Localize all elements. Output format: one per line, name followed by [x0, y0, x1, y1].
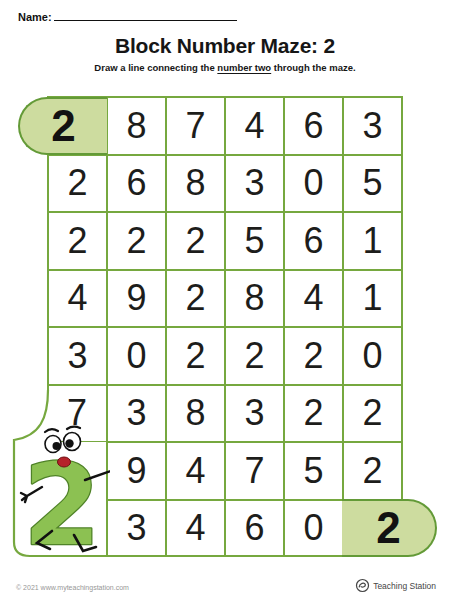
copyright-text: © 2021 www.myteachingstation.com: [16, 584, 129, 591]
cell-r5c3[interactable]: 2: [166, 327, 225, 385]
cell-r3c6[interactable]: 1: [343, 212, 402, 270]
cell-r6c2[interactable]: 3: [107, 385, 166, 443]
cell-r4c3[interactable]: 2: [166, 270, 225, 328]
maze-border-right: [401, 96, 403, 557]
cell-r3c5[interactable]: 6: [284, 212, 343, 270]
cell-r2c2[interactable]: 6: [107, 155, 166, 213]
cell-r8c4[interactable]: 6: [225, 500, 284, 558]
cell-r5c6[interactable]: 0: [343, 327, 402, 385]
cell-r3c4[interactable]: 5: [225, 212, 284, 270]
cell-r7c4[interactable]: 7: [225, 442, 284, 500]
cell-r3c1[interactable]: 2: [48, 212, 107, 270]
cell-r4c1[interactable]: 4: [48, 270, 107, 328]
brand-name: Teaching Station: [373, 581, 436, 591]
cell-r1c2[interactable]: 8: [107, 97, 166, 155]
cell-r5c2[interactable]: 0: [107, 327, 166, 385]
cell-r5c4[interactable]: 2: [225, 327, 284, 385]
cell-r2c6[interactable]: 5: [343, 155, 402, 213]
brand-footer: Teaching Station: [355, 578, 436, 593]
cell-r1c4[interactable]: 4: [225, 97, 284, 155]
maze-end-cell[interactable]: 2: [342, 499, 437, 557]
cell-r6c3[interactable]: 8: [166, 385, 225, 443]
cell-r8c3[interactable]: 4: [166, 500, 225, 558]
cell-r1c3[interactable]: 7: [166, 97, 225, 155]
cell-r6c5[interactable]: 2: [284, 385, 343, 443]
maze-board: 8 7 4 6 3 2 6 8 3 0 5 2 2 2 5 6 1 4 9 2 …: [0, 0, 450, 600]
cell-r2c4[interactable]: 3: [225, 155, 284, 213]
cell-r1c5[interactable]: 6: [284, 97, 343, 155]
mascot-mouth: [58, 457, 71, 467]
cell-r7c6[interactable]: 2: [343, 442, 402, 500]
cell-r4c2[interactable]: 9: [107, 270, 166, 328]
cell-r5c5[interactable]: 2: [284, 327, 343, 385]
cell-r4c5[interactable]: 4: [284, 270, 343, 328]
cell-r3c2[interactable]: 2: [107, 212, 166, 270]
cell-r6c6[interactable]: 2: [343, 385, 402, 443]
worksheet-page: Name: Block Number Maze: 2 Draw a line c…: [0, 0, 450, 600]
cell-r4c6[interactable]: 1: [343, 270, 402, 328]
cell-r7c5[interactable]: 5: [284, 442, 343, 500]
cell-r3c3[interactable]: 2: [166, 212, 225, 270]
mascot-eyebrows: [45, 427, 80, 432]
cell-r2c1[interactable]: 2: [48, 155, 107, 213]
cell-r7c2[interactable]: 9: [107, 442, 166, 500]
cell-r8c2[interactable]: 3: [107, 500, 166, 558]
cell-r7c3[interactable]: 4: [166, 442, 225, 500]
cell-r6c4[interactable]: 3: [225, 385, 284, 443]
maze-start-cell[interactable]: 2: [18, 97, 107, 155]
cell-r2c3[interactable]: 8: [166, 155, 225, 213]
cell-r1c6[interactable]: 3: [343, 97, 402, 155]
cell-r2c5[interactable]: 0: [284, 155, 343, 213]
number-two-mascot: 2: [14, 424, 110, 555]
cell-r4c4[interactable]: 8: [225, 270, 284, 328]
cell-r8c5[interactable]: 0: [284, 500, 343, 558]
cell-r5c1[interactable]: 3: [48, 327, 107, 385]
teaching-station-logo-icon: [355, 578, 370, 593]
